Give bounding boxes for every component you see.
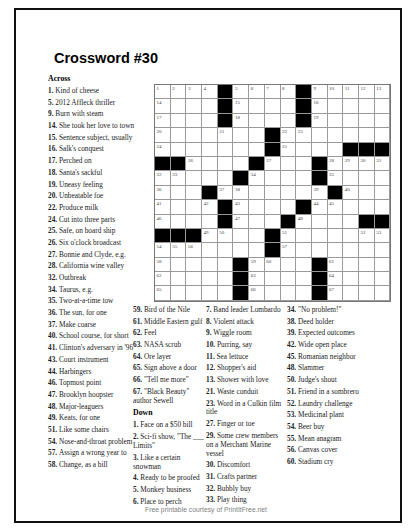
grid-cell[interactable]: [202, 243, 218, 257]
cell-number: 28: [328, 157, 343, 163]
cell-number: 34: [249, 171, 264, 177]
grid-cell[interactable]: [233, 229, 249, 243]
grid-cell[interactable]: [343, 215, 359, 229]
grid-cell[interactable]: [202, 171, 218, 185]
grid-cell[interactable]: 57: [281, 243, 297, 257]
across-clue-47: 47. Brooklyn hoopster: [48, 391, 137, 400]
grid-cell[interactable]: [359, 200, 375, 214]
grid-cell[interactable]: [296, 272, 312, 286]
across-clue-57: 57. Assign a wrong year to: [48, 449, 137, 458]
black-cell: [202, 186, 218, 200]
cell-number: 16: [312, 99, 327, 105]
grid-cell[interactable]: [281, 186, 297, 200]
cell-number: 17: [155, 114, 170, 120]
grid-cell[interactable]: 15: [233, 99, 249, 113]
black-cell: [233, 272, 249, 286]
grid-cell[interactable]: [233, 157, 249, 171]
down-clue-52: 52. Laundry challenge: [287, 400, 369, 409]
grid-cell[interactable]: [343, 229, 359, 243]
cell-number: 66: [249, 286, 264, 292]
grid-cell[interactable]: 18: [233, 114, 249, 128]
grid-cell[interactable]: [375, 286, 391, 300]
grid-cell[interactable]: 45: [328, 200, 344, 214]
grid-cell[interactable]: 48: [296, 215, 312, 229]
across-clue-5: 5. 2012 Affleck thriller: [48, 99, 137, 108]
grid-cell[interactable]: 9: [312, 85, 328, 99]
grid-cell[interactable]: [186, 272, 202, 286]
grid-cell[interactable]: [249, 114, 265, 128]
black-cell: [233, 258, 249, 272]
grid-cell[interactable]: 23: [296, 128, 312, 142]
grid-cell[interactable]: [359, 128, 375, 142]
cell-number: 47: [233, 215, 248, 221]
grid-cell[interactable]: [218, 272, 234, 286]
grid-cell[interactable]: 13: [375, 85, 391, 99]
black-cell: [265, 143, 281, 157]
grid-cell[interactable]: [265, 272, 281, 286]
grid-cell[interactable]: [296, 171, 312, 185]
grid-cell[interactable]: [265, 171, 281, 185]
grid-cell[interactable]: 42: [202, 200, 218, 214]
grid-cell[interactable]: [281, 171, 297, 185]
grid-cell[interactable]: [171, 114, 187, 128]
grid-cell[interactable]: [249, 143, 265, 157]
grid-cell[interactable]: 44: [312, 200, 328, 214]
cell-number: 13: [375, 85, 390, 91]
grid-cell[interactable]: 11: [343, 85, 359, 99]
grid-cell[interactable]: 61: [328, 258, 344, 272]
down-clue-29: 29. Some crew members on a Merchant Mari…: [206, 432, 285, 459]
grid-cell[interactable]: [218, 286, 234, 300]
across-clue-49: 49. Keats, for one: [48, 414, 137, 423]
grid-cell[interactable]: 19: [312, 114, 328, 128]
grid-cell[interactable]: [202, 143, 218, 157]
grid-cell[interactable]: [171, 99, 187, 113]
black-cell: [328, 186, 344, 200]
cell-number: 33: [171, 171, 186, 177]
grid-cell[interactable]: 5: [233, 85, 249, 99]
grid-cell[interactable]: 26: [186, 157, 202, 171]
cell-number: 27: [265, 157, 280, 163]
across-clue-34: 34. Taurus, e.g.: [48, 286, 137, 295]
black-cell: [265, 229, 281, 243]
down-clue-39: 39. Expected outcomes: [287, 329, 369, 338]
grid-cell[interactable]: 36: [155, 186, 171, 200]
black-cell: [155, 157, 171, 171]
grid-cell[interactable]: [375, 99, 391, 113]
grid-cell[interactable]: 3: [186, 85, 202, 99]
grid-cell[interactable]: [343, 114, 359, 128]
grid-cell[interactable]: [296, 229, 312, 243]
cell-number: 5: [233, 85, 248, 91]
grid-cell[interactable]: [343, 128, 359, 142]
grid-cell[interactable]: [375, 114, 391, 128]
grid-cell[interactable]: 10: [328, 85, 344, 99]
grid-cell[interactable]: [281, 99, 297, 113]
down-clues-1-6: 1. Face on a $50 bill2. Sci-fi show, "Th…: [133, 421, 205, 506]
grid-cell[interactable]: [171, 200, 187, 214]
cell-number: 25: [281, 143, 296, 149]
grid-cell[interactable]: [233, 143, 249, 157]
grid-cell[interactable]: 53: [375, 229, 391, 243]
black-cell: [233, 171, 249, 185]
black-cell: [218, 114, 234, 128]
grid-cell[interactable]: [312, 143, 328, 157]
grid-cell[interactable]: 59: [249, 258, 265, 272]
grid-cell[interactable]: [249, 229, 265, 243]
grid-cell[interactable]: [375, 186, 391, 200]
across-clue-19: 19. Uneasy feeling: [48, 181, 137, 190]
cell-number: 59: [249, 258, 264, 264]
grid-cell[interactable]: 4: [202, 85, 218, 99]
grid-cell[interactable]: [296, 243, 312, 257]
down-clue-50: 50. Judge's shout: [287, 376, 369, 385]
cell-number: 14: [155, 99, 170, 105]
grid-cell[interactable]: 25: [281, 143, 297, 157]
cell-number: 40: [343, 186, 358, 192]
grid-cell[interactable]: 51: [281, 229, 297, 243]
grid-cell[interactable]: [265, 186, 281, 200]
grid-cell[interactable]: [375, 171, 391, 185]
grid-cell[interactable]: [375, 258, 391, 272]
cell-number: 2: [171, 85, 186, 91]
grid-cell[interactable]: 64: [328, 272, 344, 286]
grid-cell[interactable]: [312, 243, 328, 257]
grid-cell[interactable]: [359, 114, 375, 128]
grid-cell[interactable]: [328, 229, 344, 243]
black-cell: [296, 114, 312, 128]
grid-cell[interactable]: 33: [171, 171, 187, 185]
cell-number: 49: [202, 229, 217, 235]
grid-cell[interactable]: [249, 215, 265, 229]
black-cell: [171, 157, 187, 171]
grid-cell[interactable]: [171, 215, 187, 229]
across-clue-26: 26. Six o'clock broadcast: [48, 239, 137, 248]
grid-cell[interactable]: [375, 128, 391, 142]
black-cell: [281, 215, 297, 229]
grid-cell[interactable]: [265, 286, 281, 300]
down-clue-13: 13. Shower with love: [206, 376, 285, 385]
grid-cell[interactable]: 56: [186, 243, 202, 257]
cell-number: 1: [155, 85, 170, 91]
down-clue-56: 56. Canvas cover: [287, 446, 369, 455]
grid-cell[interactable]: [265, 215, 281, 229]
grid-cell[interactable]: 7: [265, 85, 281, 99]
grid-cell[interactable]: [249, 99, 265, 113]
grid-cell[interactable]: 62: [155, 272, 171, 286]
grid-cell[interactable]: [202, 215, 218, 229]
grid-cell[interactable]: [281, 200, 297, 214]
grid-cell[interactable]: [186, 128, 202, 142]
grid-cell[interactable]: [171, 186, 187, 200]
black-cell: [312, 286, 328, 300]
grid-cell[interactable]: [343, 258, 359, 272]
down-clue-30: 30. Discomfort: [206, 461, 285, 470]
grid-cell[interactable]: [265, 99, 281, 113]
down-clue-1: 1. Face on a $50 bill: [133, 421, 205, 430]
grid-cell[interactable]: 46: [155, 215, 171, 229]
grid-cell[interactable]: [186, 143, 202, 157]
across-clue-column: Across 1. Kind of cheese5. 2012 Affleck …: [48, 74, 137, 473]
grid-cell[interactable]: [233, 243, 249, 257]
grid-cell[interactable]: 60: [265, 258, 281, 272]
grid-cell[interactable]: 31: [375, 157, 391, 171]
grid-cell[interactable]: [265, 114, 281, 128]
across-clues-59-67: 59. Bird of the Nile61. Middle Eastern g…: [133, 306, 205, 406]
grid-cell[interactable]: [202, 128, 218, 142]
cell-number: 32: [155, 171, 170, 177]
grid-cell[interactable]: [202, 272, 218, 286]
grid-cell[interactable]: 22: [281, 128, 297, 142]
down-clue-7: 7. Band leader Lombardo: [206, 306, 285, 315]
grid-cell[interactable]: [296, 286, 312, 300]
grid-cell[interactable]: 55: [171, 243, 187, 257]
grid-cell[interactable]: 6: [249, 85, 265, 99]
grid-cell[interactable]: 32: [155, 171, 171, 185]
grid-cell[interactable]: 58: [155, 258, 171, 272]
across-clue-20: 20. Unbeatable foe: [48, 192, 137, 201]
grid-cell[interactable]: 39: [312, 186, 328, 200]
grid-cell[interactable]: 63: [249, 272, 265, 286]
grid-cell[interactable]: [249, 128, 265, 142]
grid-cell[interactable]: [249, 186, 265, 200]
across-clue-44: 44. Harbingers: [48, 368, 137, 377]
grid-cell[interactable]: [359, 258, 375, 272]
grid-cell[interactable]: [281, 258, 297, 272]
grid-cell[interactable]: [233, 128, 249, 142]
cell-number: 29: [343, 157, 358, 163]
grid-cell[interactable]: 66: [249, 286, 265, 300]
grid-cell[interactable]: 50: [218, 229, 234, 243]
across-clue-1: 1. Kind of cheese: [48, 87, 137, 96]
cell-number: 43: [233, 200, 248, 206]
grid-cell[interactable]: 2: [171, 85, 187, 99]
across-clue-51: 51. Like some chairs: [48, 426, 137, 435]
grid-cell[interactable]: 43: [233, 200, 249, 214]
grid-cell[interactable]: 35: [328, 171, 344, 185]
cell-number: 7: [265, 85, 280, 91]
across-clue-9: 9. Burn with steam: [48, 110, 137, 119]
grid-cell[interactable]: 54: [155, 243, 171, 257]
grid-cell[interactable]: [281, 272, 297, 286]
grid-cell[interactable]: 49: [202, 229, 218, 243]
grid-cell[interactable]: [343, 286, 359, 300]
grid-cell[interactable]: 40: [343, 186, 359, 200]
down-clue-11: 11. Sea lettuce: [206, 353, 285, 362]
grid-cell[interactable]: [186, 258, 202, 272]
across-clue-54: 54. Nose-and-throat problem: [48, 438, 137, 447]
black-cell: [265, 243, 281, 257]
across-clue-58: 58. Change, as a bill: [48, 461, 137, 470]
black-cell: [218, 85, 234, 99]
grid-cell[interactable]: [186, 215, 202, 229]
grid-cell[interactable]: [343, 99, 359, 113]
black-cell: [218, 215, 234, 229]
cell-number: 9: [312, 85, 327, 91]
grid-cell[interactable]: [186, 200, 202, 214]
cell-number: 53: [375, 229, 390, 235]
grid-cell[interactable]: [296, 186, 312, 200]
grid-cell[interactable]: [218, 243, 234, 257]
grid-cell[interactable]: [281, 157, 297, 171]
grid-cell[interactable]: [328, 243, 344, 257]
black-cell: [233, 286, 249, 300]
across-clue-15: 15. Sentence subject, usually: [48, 134, 137, 143]
cell-number: 15: [233, 99, 248, 105]
grid-cell[interactable]: [202, 286, 218, 300]
grid-cell[interactable]: [296, 157, 312, 171]
grid-cell[interactable]: 24: [155, 143, 171, 157]
black-cell: [249, 157, 265, 171]
grid-cell[interactable]: 41: [155, 200, 171, 214]
grid-cell[interactable]: [375, 243, 391, 257]
grid-cell[interactable]: [343, 171, 359, 185]
grid-cell[interactable]: [359, 99, 375, 113]
grid-cell[interactable]: [328, 143, 344, 157]
grid-cell[interactable]: [296, 258, 312, 272]
down-clue-2: 2. Sci-fi show, "The ___ Limits": [133, 433, 205, 451]
cell-number: 62: [155, 272, 170, 278]
black-cell: [375, 143, 391, 157]
grid-cell[interactable]: [186, 171, 202, 185]
grid-cell[interactable]: [359, 272, 375, 286]
grid-cell[interactable]: 47: [233, 215, 249, 229]
across-clue-66: 66. "Tell me more": [133, 376, 205, 385]
grid-cell[interactable]: [296, 143, 312, 157]
across-clue-36: 36. The sun, for one: [48, 309, 137, 318]
grid-cell[interactable]: 20: [155, 128, 171, 142]
grid-cell[interactable]: [328, 114, 344, 128]
cell-number: 31: [375, 157, 390, 163]
across-clue-40: 40. School course, for short: [48, 332, 137, 341]
grid-cell[interactable]: [171, 143, 187, 157]
cell-number: 30: [359, 157, 374, 163]
grid-cell[interactable]: [249, 200, 265, 214]
grid-cell[interactable]: [171, 128, 187, 142]
down-clue-3: 3. Like a certain snowman: [133, 454, 205, 472]
black-cell: [155, 229, 171, 243]
grid-cell[interactable]: [312, 128, 328, 142]
grid-cell[interactable]: [343, 243, 359, 257]
cell-number: 44: [312, 200, 327, 206]
grid-cell[interactable]: [343, 272, 359, 286]
grid-cell[interactable]: [281, 286, 297, 300]
down-clues-34-60: 34. "No problem!"38. Deed holder39. Expe…: [287, 306, 369, 467]
grid-cell[interactable]: 8: [281, 85, 297, 99]
down-clue-8: 8. Violent attack: [206, 318, 285, 327]
cell-number: 36: [155, 186, 170, 192]
across-clue-27: 27. Bonnie and Clyde, e.g.: [48, 251, 137, 260]
down-clues-7-33: 7. Band leader Lombardo8. Violent attack…: [206, 306, 285, 505]
black-cell: [186, 229, 202, 243]
down-header: Down: [133, 408, 205, 418]
grid-cell[interactable]: 21: [218, 128, 234, 142]
down-clue-12: 12. Shopper's aid: [206, 364, 285, 373]
grid-cell[interactable]: [359, 243, 375, 257]
grid-cell[interactable]: 16: [312, 99, 328, 113]
down-clue-60: 60. Stadium cry: [287, 458, 369, 467]
down-clue-48: 48. Slammer: [287, 364, 369, 373]
grid-cell[interactable]: [328, 215, 344, 229]
grid-cell[interactable]: [186, 186, 202, 200]
grid-cell[interactable]: [375, 200, 391, 214]
grid-cell[interactable]: 34: [249, 171, 265, 185]
black-cell: [171, 229, 187, 243]
grid-cell[interactable]: [312, 229, 328, 243]
grid-cell[interactable]: 27: [265, 157, 281, 171]
grid-cell[interactable]: [202, 258, 218, 272]
black-cell: [312, 171, 328, 185]
grid-cell[interactable]: [202, 99, 218, 113]
grid-cell[interactable]: [202, 157, 218, 171]
grid-cell[interactable]: 65: [155, 286, 171, 300]
grid-cell[interactable]: [359, 286, 375, 300]
grid-cell[interactable]: [218, 258, 234, 272]
grid-cell[interactable]: 12: [359, 85, 375, 99]
cell-number: 12: [359, 85, 374, 91]
grid-cell[interactable]: [186, 114, 202, 128]
black-cell: [218, 99, 234, 113]
cell-number: 52: [359, 229, 374, 235]
across-clue-61: 61. Middle Eastern gulf: [133, 318, 205, 327]
cell-number: 37: [218, 186, 233, 192]
down-clue-4: 4. Ready to be proofed: [133, 474, 205, 483]
cell-number: 55: [171, 243, 186, 249]
grid-cell[interactable]: [312, 215, 328, 229]
grid-cell[interactable]: 14: [155, 99, 171, 113]
grid-cell[interactable]: [359, 186, 375, 200]
cell-number: 50: [218, 229, 233, 235]
grid-cell[interactable]: [171, 286, 187, 300]
grid-cell[interactable]: [218, 143, 234, 157]
grid-cell[interactable]: [171, 272, 187, 286]
grid-cell[interactable]: [328, 99, 344, 113]
grid-cell[interactable]: 17: [155, 114, 171, 128]
bottom-clue-column-3: 34. "No problem!"38. Deed holder39. Expe…: [287, 306, 369, 470]
across-clue-46: 46. Topmost point: [48, 379, 137, 388]
grid-cell[interactable]: 37: [218, 186, 234, 200]
grid-cell[interactable]: [265, 200, 281, 214]
grid-cell[interactable]: [328, 128, 344, 142]
grid-cell[interactable]: 67: [328, 286, 344, 300]
grid-cell[interactable]: [202, 114, 218, 128]
cell-number: 23: [296, 128, 311, 134]
grid-cell[interactable]: [281, 114, 297, 128]
grid-cell[interactable]: 38: [233, 186, 249, 200]
across-clue-67: 67. "Black Beauty" author Sewell: [133, 388, 205, 406]
grid-cell[interactable]: [343, 200, 359, 214]
grid-cell[interactable]: 29: [343, 157, 359, 171]
cell-number: 46: [155, 215, 170, 221]
grid-cell[interactable]: [218, 157, 234, 171]
grid-cell[interactable]: [171, 258, 187, 272]
bottom-clue-column-1: 59. Bird of the Nile61. Middle Eastern g…: [133, 306, 205, 509]
grid-cell[interactable]: [186, 286, 202, 300]
down-clue-10: 10. Purring, say: [206, 341, 285, 350]
grid-cell[interactable]: [249, 243, 265, 257]
black-cell: [218, 200, 234, 214]
grid-cell[interactable]: 1: [155, 85, 171, 99]
cell-number: 42: [202, 200, 217, 206]
grid-cell[interactable]: [186, 99, 202, 113]
down-clue-42: 42. Wide open place: [287, 341, 369, 350]
grid-cell[interactable]: 30: [359, 157, 375, 171]
grid-cell[interactable]: 28: [328, 157, 344, 171]
grid-cell[interactable]: 52: [359, 229, 375, 243]
grid-cell[interactable]: [218, 171, 234, 185]
grid-cell[interactable]: [375, 272, 391, 286]
grid-cell[interactable]: [359, 171, 375, 185]
